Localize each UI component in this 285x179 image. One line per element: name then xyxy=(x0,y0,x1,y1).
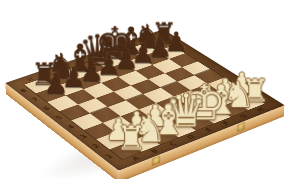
white-rook[interactable]: ♜ xyxy=(97,122,166,155)
pieces-layer: ♜♞♝♛♚♝♞♜♟♟♟♟♟♟♟♟♟♟♟♟♟♟♟♟♜♞♝♛♚♝♞♜ xyxy=(24,38,264,159)
board-top-surface: ABCDEFGH ABCDEFGH 12345678 ♜♞♝♛♚♝♞♜♟♟♟♟♟… xyxy=(5,29,284,171)
brass-latch-left xyxy=(152,155,160,165)
chess-set-photo: ABCDEFGH ABCDEFGH 12345678 ♜♞♝♛♚♝♞♜♟♟♟♟♟… xyxy=(0,0,285,179)
chess-board: ABCDEFGH ABCDEFGH 12345678 ♜♞♝♛♚♝♞♜♟♟♟♟♟… xyxy=(5,29,284,171)
black-pawn[interactable]: ♟ xyxy=(24,70,88,98)
brass-latch-right xyxy=(237,122,244,132)
perspective-container: ABCDEFGH ABCDEFGH 12345678 ♜♞♝♛♚♝♞♜♟♟♟♟♟… xyxy=(0,0,285,179)
